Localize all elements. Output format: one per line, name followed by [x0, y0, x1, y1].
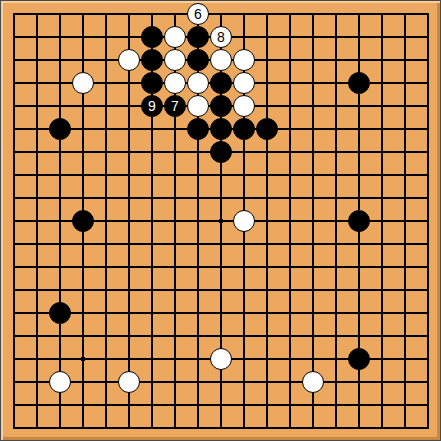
white-stone — [187, 72, 209, 94]
grid-line-horizontal — [13, 289, 429, 291]
white-stone-move-8: 8 — [210, 26, 232, 48]
black-stone — [72, 210, 94, 232]
star-point — [81, 357, 85, 361]
grid-line-vertical — [312, 13, 314, 429]
star-point — [219, 219, 223, 223]
black-stone — [233, 118, 255, 140]
grid-line-vertical — [381, 13, 383, 429]
white-stone — [233, 72, 255, 94]
grid-line-vertical — [404, 13, 406, 429]
move-number-label: 8 — [217, 30, 225, 44]
black-stone — [210, 95, 232, 117]
black-stone — [141, 26, 163, 48]
black-stone — [49, 118, 71, 140]
grid-line-horizontal — [13, 243, 429, 245]
black-stone-move-9: 9 — [141, 95, 163, 117]
black-stone — [348, 348, 370, 370]
white-stone — [210, 49, 232, 71]
black-stone — [348, 72, 370, 94]
white-stone — [302, 371, 324, 393]
grid-line-vertical — [266, 13, 268, 429]
white-stone — [233, 49, 255, 71]
white-stone — [210, 348, 232, 370]
black-stone — [141, 49, 163, 71]
black-stone — [256, 118, 278, 140]
white-stone — [49, 371, 71, 393]
move-number-label: 6 — [194, 7, 202, 21]
black-stone — [210, 118, 232, 140]
grid-line-horizontal — [13, 312, 429, 314]
black-stone — [187, 49, 209, 71]
black-stone — [187, 118, 209, 140]
black-stone — [210, 72, 232, 94]
grid-line-vertical — [335, 13, 337, 429]
move-number-label: 9 — [148, 99, 156, 113]
white-stone — [118, 49, 140, 71]
white-stone — [118, 371, 140, 393]
black-stone — [210, 141, 232, 163]
grid-line-horizontal — [13, 266, 429, 268]
grid-line-horizontal — [13, 335, 429, 337]
grid-line-horizontal — [13, 381, 429, 383]
grid-line-horizontal — [13, 404, 429, 406]
white-stone — [72, 72, 94, 94]
grid-line-vertical — [427, 13, 429, 429]
black-stone — [141, 72, 163, 94]
white-stone — [164, 49, 186, 71]
move-number-label: 7 — [171, 99, 179, 113]
white-stone — [233, 210, 255, 232]
white-stone — [164, 72, 186, 94]
black-stone-move-7: 7 — [164, 95, 186, 117]
black-stone — [49, 302, 71, 324]
grid-line-vertical — [289, 13, 291, 429]
white-stone — [233, 95, 255, 117]
black-stone — [348, 210, 370, 232]
white-stone-move-6: 6 — [187, 3, 209, 25]
grid-line-horizontal — [13, 427, 429, 429]
black-stone — [187, 26, 209, 48]
white-stone — [187, 95, 209, 117]
white-stone — [164, 26, 186, 48]
go-board: 6897 — [0, 0, 441, 441]
